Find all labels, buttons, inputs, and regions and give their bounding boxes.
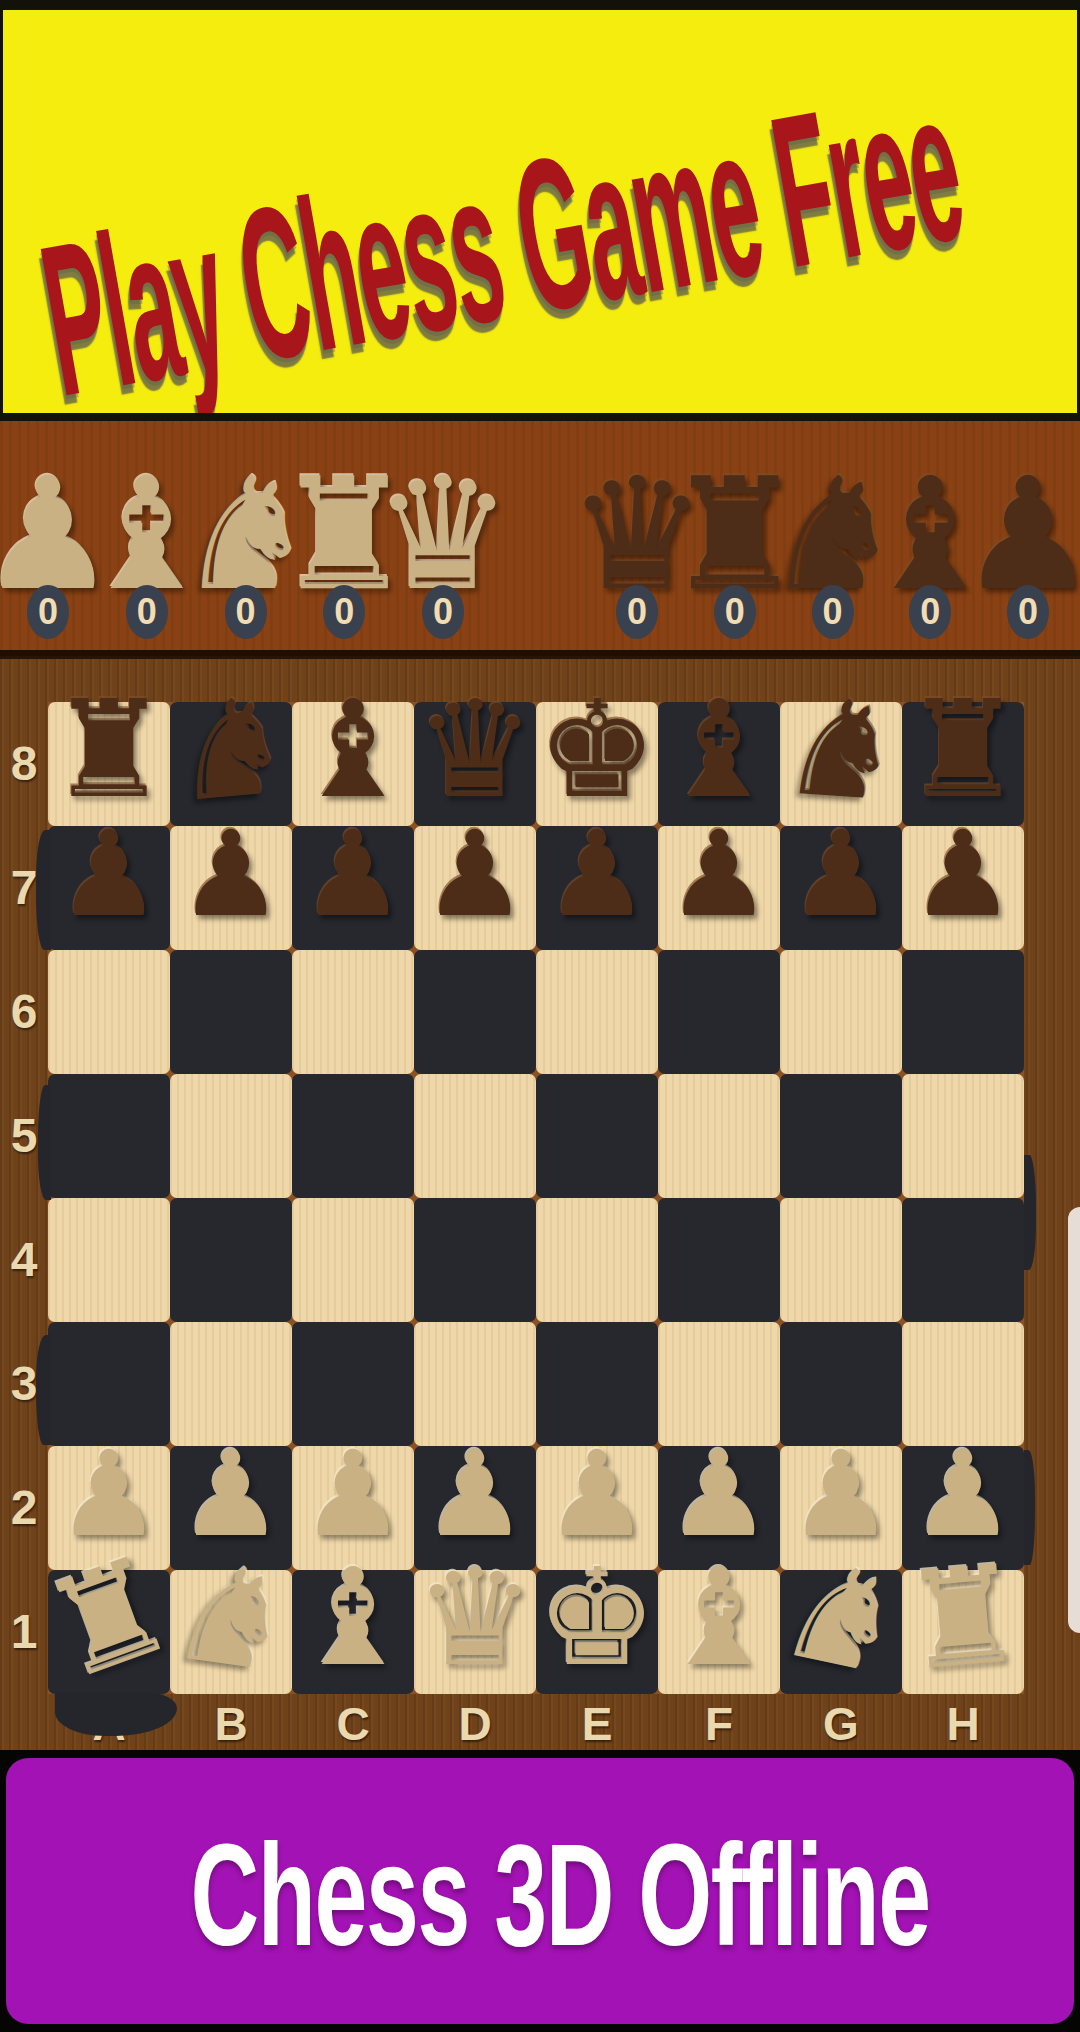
square-h2[interactable]: ♟	[902, 1446, 1024, 1570]
square-g6[interactable]	[780, 950, 902, 1074]
square-h6[interactable]	[902, 950, 1024, 1074]
piece-wK-e1: ♚	[537, 1551, 657, 1685]
piece-wP-a2: ♟	[56, 1435, 162, 1553]
capture-count-black-bishop: 0	[909, 585, 951, 639]
square-a2[interactable]: ♟	[48, 1446, 170, 1570]
square-e3[interactable]	[536, 1322, 658, 1446]
board-edge-blob	[36, 830, 51, 950]
file-labels: ABCDEFGH	[48, 1700, 1024, 1748]
square-a6[interactable]	[48, 950, 170, 1074]
square-f1[interactable]: ♝	[658, 1570, 780, 1694]
capture-count-white-pawn: 0	[27, 585, 69, 639]
square-f8[interactable]: ♝	[658, 702, 780, 826]
square-h3[interactable]	[902, 1322, 1024, 1446]
square-e1[interactable]: ♚	[536, 1570, 658, 1694]
square-c7[interactable]: ♟	[292, 826, 414, 950]
file-label-d: D	[414, 1700, 536, 1748]
file-label-e: E	[536, 1700, 658, 1748]
app-screen: Play Chess Game Free ♟0♝0♞0♜0♛0♛0♜0♞0♝0♟…	[0, 0, 1080, 2032]
square-g4[interactable]	[780, 1198, 902, 1322]
square-c1[interactable]: ♝	[292, 1570, 414, 1694]
file-label-b: B	[170, 1700, 292, 1748]
piece-bP-f7: ♟	[666, 815, 772, 933]
square-e6[interactable]	[536, 950, 658, 1074]
drawer-handle[interactable]	[1068, 1207, 1080, 1633]
piece-bP-e7: ♟	[544, 815, 650, 933]
square-c6[interactable]	[292, 950, 414, 1074]
board-edge-blob	[38, 1085, 51, 1200]
square-e2[interactable]: ♟	[536, 1446, 658, 1570]
piece-wP-g2: ♟	[788, 1435, 894, 1553]
square-e8[interactable]: ♚	[536, 702, 658, 826]
piece-bK-e8: ♚	[537, 683, 657, 817]
capture-count-black-rook: 0	[714, 585, 756, 639]
square-a3[interactable]	[48, 1322, 170, 1446]
top-ad-banner-background: Play Chess Game Free	[3, 10, 1077, 413]
square-b1[interactable]: ♞	[170, 1570, 292, 1694]
piece-wP-b2: ♟	[178, 1435, 284, 1553]
square-f5[interactable]	[658, 1074, 780, 1198]
capture-count-white-bishop: 0	[126, 585, 168, 639]
square-b5[interactable]	[170, 1074, 292, 1198]
piece-bB-f8: ♝	[659, 683, 779, 817]
board-edge-blob	[1024, 1155, 1036, 1270]
square-d7[interactable]: ♟	[414, 826, 536, 950]
piece-bB-c8: ♝	[293, 683, 413, 817]
square-d3[interactable]	[414, 1322, 536, 1446]
rank-label-1: 1	[4, 1570, 44, 1694]
capture-count-black-pawn: 0	[1007, 585, 1049, 639]
piece-bQ-d8: ♛	[415, 683, 535, 817]
square-b6[interactable]	[170, 950, 292, 1074]
square-c2[interactable]: ♟	[292, 1446, 414, 1570]
square-b3[interactable]	[170, 1322, 292, 1446]
rank-label-8: 8	[4, 702, 44, 826]
square-g5[interactable]	[780, 1074, 902, 1198]
square-c3[interactable]	[292, 1322, 414, 1446]
square-c5[interactable]	[292, 1074, 414, 1198]
piece-wB-f1: ♝	[659, 1551, 779, 1685]
square-g8[interactable]: ♞	[780, 702, 902, 826]
square-a1[interactable]: ♜	[48, 1570, 170, 1694]
captured-pieces-tray: ♟0♝0♞0♜0♛0♛0♜0♞0♝0♟0	[0, 421, 1080, 650]
square-b8[interactable]: ♞	[170, 702, 292, 826]
piece-wP-c2: ♟	[300, 1435, 406, 1553]
square-b7[interactable]: ♟	[170, 826, 292, 950]
piece-bP-a7: ♟	[56, 815, 162, 933]
square-a5[interactable]	[48, 1074, 170, 1198]
board-edge-blob	[36, 1335, 51, 1445]
piece-bR-a8: ♜	[49, 683, 169, 817]
square-h1[interactable]: ♜	[902, 1570, 1024, 1694]
square-d1[interactable]: ♛	[414, 1570, 536, 1694]
square-b4[interactable]	[170, 1198, 292, 1322]
top-ad-banner: Play Chess Game Free	[0, 0, 1080, 421]
square-a7[interactable]: ♟	[48, 826, 170, 950]
square-a8[interactable]: ♜	[48, 702, 170, 826]
square-e5[interactable]	[536, 1074, 658, 1198]
square-d5[interactable]	[414, 1074, 536, 1198]
square-d8[interactable]: ♛	[414, 702, 536, 826]
file-label-f: F	[658, 1700, 780, 1748]
bottom-title: Chess 3D Offline	[0, 1824, 1080, 1968]
piece-wP-d2: ♟	[422, 1435, 528, 1553]
square-h7[interactable]: ♟	[902, 826, 1024, 950]
square-c4[interactable]	[292, 1198, 414, 1322]
square-e7[interactable]: ♟	[536, 826, 658, 950]
capture-count-black-queen: 0	[616, 585, 658, 639]
square-f6[interactable]	[658, 950, 780, 1074]
chess-board: ♜♞♝♛♚♝♞♜♟♟♟♟♟♟♟♟♟♟♟♟♟♟♟♟♜♞♝♛♚♝♞♜	[48, 702, 1024, 1694]
piece-wP-h2: ♟	[910, 1435, 1016, 1553]
square-d6[interactable]	[414, 950, 536, 1074]
capture-count-black-knight: 0	[812, 585, 854, 639]
piece-bR-h8: ♜	[903, 683, 1023, 817]
capture-count-white-knight: 0	[225, 585, 267, 639]
rank-label-4: 4	[4, 1198, 44, 1322]
rank-label-2: 2	[4, 1446, 44, 1570]
piece-wQ-d1: ♛	[415, 1551, 535, 1685]
square-f2[interactable]: ♟	[658, 1446, 780, 1570]
square-f3[interactable]	[658, 1322, 780, 1446]
square-f7[interactable]: ♟	[658, 826, 780, 950]
square-b2[interactable]: ♟	[170, 1446, 292, 1570]
square-g7[interactable]: ♟	[780, 826, 902, 950]
piece-bP-d7: ♟	[422, 815, 528, 933]
headline-text: Play Chess Game Free	[29, 56, 975, 413]
square-a4[interactable]	[48, 1198, 170, 1322]
file-label-h: H	[902, 1700, 1024, 1748]
piece-wP-f2: ♟	[666, 1435, 772, 1553]
square-d2[interactable]: ♟	[414, 1446, 536, 1570]
square-h4[interactable]	[902, 1198, 1024, 1322]
headline: Play Chess Game Free	[29, 10, 1077, 413]
rank-label-6: 6	[4, 950, 44, 1074]
piece-wP-e2: ♟	[544, 1435, 650, 1553]
bottom-title-text: Chess 3D Offline	[190, 1824, 929, 1968]
capture-count-white-rook: 0	[323, 585, 365, 639]
square-h8[interactable]: ♜	[902, 702, 1024, 826]
file-label-c: C	[292, 1700, 414, 1748]
square-f4[interactable]	[658, 1198, 780, 1322]
file-label-g: G	[780, 1700, 902, 1748]
piece-bP-b7: ♟	[178, 815, 284, 933]
square-g3[interactable]	[780, 1322, 902, 1446]
square-g2[interactable]: ♟	[780, 1446, 902, 1570]
piece-bP-g7: ♟	[788, 815, 894, 933]
piece-wB-c1: ♝	[293, 1551, 413, 1685]
piece-bP-h7: ♟	[910, 815, 1016, 933]
square-h5[interactable]	[902, 1074, 1024, 1198]
square-e4[interactable]	[536, 1198, 658, 1322]
square-c8[interactable]: ♝	[292, 702, 414, 826]
square-g1[interactable]: ♞	[780, 1570, 902, 1694]
board-edge-blob	[1024, 1450, 1035, 1565]
capture-count-white-queen: 0	[422, 585, 464, 639]
piece-bP-c7: ♟	[300, 815, 406, 933]
square-d4[interactable]	[414, 1198, 536, 1322]
